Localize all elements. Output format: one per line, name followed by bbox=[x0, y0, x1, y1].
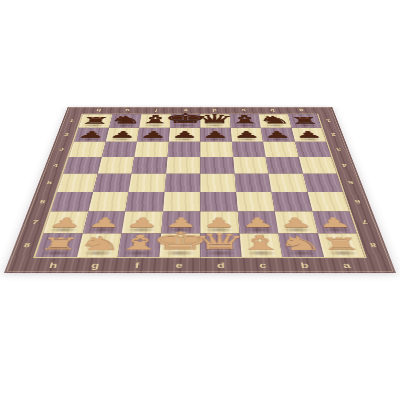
file-label-bottom-h-text: h bbox=[48, 260, 58, 269]
square-g1[interactable]: ♞ bbox=[109, 114, 142, 127]
square-c2[interactable]: ♟ bbox=[230, 127, 263, 141]
file-label-top-f-text: f bbox=[155, 109, 158, 113]
square-g4[interactable] bbox=[97, 157, 134, 174]
square-a4[interactable] bbox=[299, 157, 337, 174]
square-a1[interactable]: ♜ bbox=[288, 114, 322, 127]
dark-pawn-e2[interactable]: ♟ bbox=[170, 131, 198, 139]
rank-label-right-3: 3 bbox=[326, 142, 351, 157]
rank-label-right-4: 4 bbox=[331, 157, 357, 174]
file-label-top-b-text: b bbox=[270, 109, 275, 113]
rank-label-right-2-text: 2 bbox=[330, 132, 336, 136]
square-h5[interactable] bbox=[57, 174, 97, 192]
square-a2[interactable]: ♟ bbox=[291, 127, 326, 141]
dark-queen-d1[interactable]: ♛ bbox=[195, 113, 236, 125]
dark-knight-b1[interactable]: ♞ bbox=[257, 115, 293, 125]
square-g8[interactable]: ♞ bbox=[76, 233, 121, 257]
light-pawn-g7[interactable]: ♟ bbox=[86, 216, 123, 229]
square-h3[interactable] bbox=[69, 142, 106, 157]
file-label-bottom-a: a bbox=[324, 257, 370, 273]
file-label-bottom-g: g bbox=[73, 257, 118, 273]
square-a3[interactable] bbox=[295, 142, 332, 157]
rank-label-right-5: 5 bbox=[337, 174, 365, 192]
rank-label-right-3-text: 3 bbox=[336, 147, 342, 151]
square-f2[interactable]: ♟ bbox=[137, 127, 170, 141]
square-b1[interactable]: ♞ bbox=[259, 114, 292, 127]
rank-label-left-4-text: 4 bbox=[52, 163, 59, 168]
light-pawn-b7[interactable]: ♟ bbox=[278, 216, 315, 229]
dark-pawn-d2[interactable]: ♟ bbox=[202, 131, 230, 139]
file-label-bottom-g-text: g bbox=[91, 260, 101, 269]
square-b2[interactable]: ♟ bbox=[261, 127, 295, 141]
dark-pawn-b2[interactable]: ♟ bbox=[263, 131, 292, 139]
dark-pawn-g2[interactable]: ♟ bbox=[108, 131, 137, 139]
file-label-top-c-text: c bbox=[241, 109, 246, 113]
light-knight-g8[interactable]: ♞ bbox=[75, 234, 124, 252]
light-king-e8[interactable]: ♚ bbox=[149, 229, 209, 252]
dark-rook-h1[interactable]: ♜ bbox=[79, 116, 112, 125]
square-e6[interactable] bbox=[163, 192, 200, 212]
rank-label-right-6-text: 6 bbox=[354, 199, 361, 205]
square-g6[interactable] bbox=[88, 192, 129, 212]
dark-rook-a1[interactable]: ♜ bbox=[288, 116, 321, 125]
square-c5[interactable] bbox=[234, 174, 271, 192]
square-b4[interactable] bbox=[266, 157, 303, 174]
square-b5[interactable] bbox=[268, 174, 307, 192]
rank-label-left-7-text: 7 bbox=[31, 219, 39, 225]
square-e2[interactable]: ♟ bbox=[168, 127, 200, 141]
file-label-top-a-text: a bbox=[299, 109, 304, 113]
chess-board: hgfedcba1♜♞♝♚♛♝♞♜12♟♟♟♟♟♟♟♟2334455667♟♟♟… bbox=[4, 107, 396, 273]
square-c3[interactable] bbox=[232, 142, 266, 157]
board-border-corner bbox=[315, 107, 335, 115]
light-pawn-c7[interactable]: ♟ bbox=[240, 216, 276, 229]
square-g2[interactable]: ♟ bbox=[105, 127, 139, 141]
rank-label-right-7: 7 bbox=[350, 212, 381, 234]
square-d2[interactable]: ♟ bbox=[200, 127, 232, 141]
square-f6[interactable] bbox=[125, 192, 164, 212]
square-h6[interactable] bbox=[50, 192, 92, 212]
file-label-bottom-b: b bbox=[282, 257, 327, 273]
file-label-bottom-f: f bbox=[115, 257, 159, 273]
rank-label-left-2-text: 2 bbox=[64, 132, 70, 136]
file-label-bottom-d-text: d bbox=[217, 260, 225, 269]
square-b6[interactable] bbox=[271, 192, 312, 212]
rank-label-left-5-text: 5 bbox=[46, 180, 53, 185]
file-label-top-a: a bbox=[286, 107, 317, 115]
square-d3[interactable] bbox=[200, 142, 233, 157]
rank-label-right-4-text: 4 bbox=[341, 163, 348, 168]
board-border-corner bbox=[365, 257, 396, 273]
square-g5[interactable] bbox=[93, 174, 132, 192]
light-knight-b8[interactable]: ♞ bbox=[276, 234, 325, 252]
dark-pawn-f2[interactable]: ♟ bbox=[139, 131, 167, 139]
file-label-bottom-h: h bbox=[30, 257, 76, 273]
square-c4[interactable] bbox=[233, 157, 269, 174]
dark-pawn-h2[interactable]: ♟ bbox=[76, 131, 106, 139]
square-h4[interactable] bbox=[63, 157, 101, 174]
square-e3[interactable] bbox=[167, 142, 200, 157]
light-pawn-h7[interactable]: ♟ bbox=[47, 216, 85, 229]
file-label-bottom-b-text: b bbox=[300, 260, 310, 269]
square-b8[interactable]: ♞ bbox=[278, 233, 323, 257]
rank-label-left-6-text: 6 bbox=[39, 199, 46, 205]
square-e5[interactable] bbox=[164, 174, 200, 192]
square-g3[interactable] bbox=[101, 142, 136, 157]
light-pawn-a7[interactable]: ♟ bbox=[315, 216, 353, 229]
file-label-top-h-text: h bbox=[96, 109, 102, 113]
square-f3[interactable] bbox=[134, 142, 168, 157]
square-e4[interactable] bbox=[166, 157, 200, 174]
square-f5[interactable] bbox=[129, 174, 166, 192]
dark-pawn-c2[interactable]: ♟ bbox=[232, 131, 260, 139]
square-d1[interactable]: ♛ bbox=[200, 114, 230, 127]
square-e8[interactable]: ♚ bbox=[159, 233, 200, 257]
light-rook-a8[interactable]: ♜ bbox=[318, 236, 363, 252]
photo-backdrop: hgfedcba1♜♞♝♚♛♝♞♜12♟♟♟♟♟♟♟♟2334455667♟♟♟… bbox=[0, 0, 400, 400]
file-label-top-g-text: g bbox=[125, 109, 130, 113]
file-label-bottom-c: c bbox=[241, 257, 285, 273]
rank-label-right-2: 2 bbox=[322, 127, 346, 141]
square-h1[interactable]: ♜ bbox=[78, 114, 112, 127]
file-label-bottom-e: e bbox=[158, 257, 201, 273]
square-h2[interactable]: ♟ bbox=[74, 127, 109, 141]
square-f4[interactable] bbox=[132, 157, 168, 174]
dark-pawn-a2[interactable]: ♟ bbox=[294, 131, 324, 139]
square-d5[interactable] bbox=[200, 174, 236, 192]
file-label-bottom-f-text: f bbox=[135, 260, 140, 269]
square-c6[interactable] bbox=[236, 192, 275, 212]
rank-label-left-8-text: 8 bbox=[23, 242, 31, 249]
square-d4[interactable] bbox=[200, 157, 234, 174]
file-label-bottom-a-text: a bbox=[342, 260, 352, 269]
rank-label-left-1-text: 1 bbox=[69, 119, 75, 123]
rank-label-right-7-text: 7 bbox=[361, 219, 369, 225]
square-b3[interactable] bbox=[263, 142, 298, 157]
rank-label-right-8-text: 8 bbox=[369, 242, 377, 249]
file-label-bottom-d: d bbox=[200, 257, 243, 273]
file-label-bottom-c-text: c bbox=[259, 260, 267, 269]
rank-label-right-1-text: 1 bbox=[326, 119, 332, 123]
square-d6[interactable] bbox=[200, 192, 237, 212]
dark-knight-g1[interactable]: ♞ bbox=[107, 115, 143, 125]
square-h7[interactable]: ♟ bbox=[43, 212, 88, 234]
file-label-bottom-e-text: e bbox=[175, 260, 183, 269]
rank-label-left-3-text: 3 bbox=[58, 147, 64, 151]
rank-label-right-5-text: 5 bbox=[347, 180, 354, 185]
